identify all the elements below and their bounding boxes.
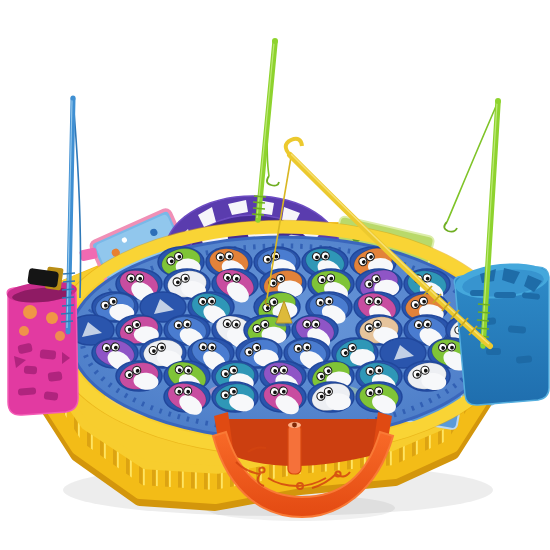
green-rod-top[interactable] — [252, 38, 279, 220]
green-rod-right-hook — [444, 222, 457, 232]
green-rod-top-hook — [267, 176, 279, 186]
rod-holder-tube[interactable] — [288, 422, 301, 474]
fishing-game-toy — [0, 0, 550, 550]
yellow-rod-tip — [286, 139, 302, 155]
teal-basket[interactable] — [453, 259, 550, 405]
